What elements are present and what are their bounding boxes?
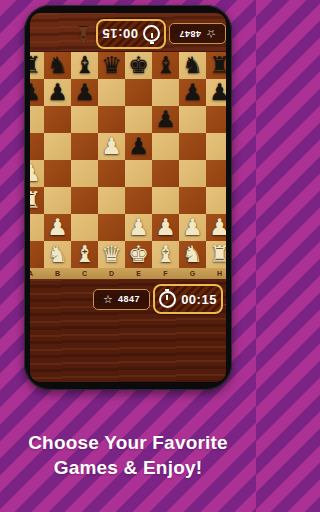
player-timer-box: 00:15	[153, 284, 223, 314]
square-g1[interactable]: ♞	[179, 241, 206, 268]
square-c1[interactable]: ♝	[71, 241, 98, 268]
square-g8[interactable]: ♞	[179, 52, 206, 79]
square-e4[interactable]	[125, 160, 152, 187]
square-c6[interactable]	[71, 106, 98, 133]
square-c5[interactable]	[71, 133, 98, 160]
white-piece: ♟	[47, 214, 68, 241]
square-a6[interactable]	[30, 106, 44, 133]
black-piece: ♜	[30, 52, 41, 79]
black-piece: ♛	[101, 52, 122, 79]
square-b7[interactable]: ♟	[44, 79, 71, 106]
square-g7[interactable]: ♟	[179, 79, 206, 106]
square-a7[interactable]: ♟	[30, 79, 44, 106]
file-label-g: G	[179, 268, 206, 279]
square-c8[interactable]: ♝	[71, 52, 98, 79]
square-c7[interactable]: ♟	[71, 79, 98, 106]
square-d4[interactable]	[98, 160, 125, 187]
opponent-piece-icon: ♝	[71, 23, 93, 45]
black-piece: ♟	[74, 79, 95, 106]
white-piece: ♟	[30, 160, 41, 187]
player-bar: ☆ 4847 00:15 ♝	[30, 283, 226, 315]
square-f5[interactable]	[152, 133, 179, 160]
square-e3[interactable]	[125, 187, 152, 214]
white-piece: ♚	[128, 241, 149, 268]
black-piece: ♟	[155, 106, 176, 133]
black-piece: ♚	[128, 52, 149, 79]
square-a5[interactable]	[30, 133, 44, 160]
file-label-d: D	[98, 268, 125, 279]
black-piece: ♟	[30, 79, 41, 106]
black-piece: ♟	[128, 133, 149, 160]
player-score: 4847	[118, 294, 140, 304]
square-e7[interactable]	[125, 79, 152, 106]
square-h2[interactable]: ♟	[206, 214, 226, 241]
file-label-h: H	[206, 268, 226, 279]
phone-screen: ☆ 4847 00:15 ♝ ♜♞♝♛♚♝♞♜♟♟♟♟♟♟♟♟♟♜♟♟♟♟♟♞♝…	[30, 13, 226, 382]
square-c4[interactable]	[71, 160, 98, 187]
star-icon: ☆	[103, 294, 113, 305]
white-piece: ♟	[182, 214, 203, 241]
white-piece: ♝	[155, 241, 176, 268]
square-e8[interactable]: ♚	[125, 52, 152, 79]
square-e6[interactable]	[125, 106, 152, 133]
opponent-score-badge: ☆ 4847	[169, 24, 226, 45]
square-h7[interactable]: ♟	[206, 79, 226, 106]
square-b4[interactable]	[44, 160, 71, 187]
square-h1[interactable]: ♜	[206, 241, 226, 268]
file-label-e: E	[125, 268, 152, 279]
stopwatch-icon	[159, 291, 176, 308]
headline-line2: Games & Enjoy!	[0, 455, 256, 480]
square-e1[interactable]: ♚	[125, 241, 152, 268]
square-d3[interactable]	[98, 187, 125, 214]
black-piece: ♝	[155, 52, 176, 79]
square-b1[interactable]: ♞	[44, 241, 71, 268]
opponent-score: 4847	[179, 29, 201, 39]
square-b5[interactable]	[44, 133, 71, 160]
square-d6[interactable]	[98, 106, 125, 133]
square-a8[interactable]: ♜	[30, 52, 44, 79]
square-b8[interactable]: ♞	[44, 52, 71, 79]
black-piece: ♟	[47, 79, 68, 106]
square-f8[interactable]: ♝	[152, 52, 179, 79]
opponent-bar: ☆ 4847 00:15 ♝	[55, 17, 226, 51]
square-c2[interactable]	[71, 214, 98, 241]
square-e5[interactable]: ♟	[125, 133, 152, 160]
square-f4[interactable]	[152, 160, 179, 187]
square-d8[interactable]: ♛	[98, 52, 125, 79]
square-f2[interactable]: ♟	[152, 214, 179, 241]
white-piece: ♜	[209, 241, 226, 268]
stopwatch-icon	[143, 26, 160, 43]
file-label-a: A	[30, 268, 44, 279]
white-piece: ♝	[74, 241, 95, 268]
black-piece: ♞	[182, 52, 203, 79]
white-piece: ♜	[30, 187, 41, 214]
square-h6[interactable]	[206, 106, 226, 133]
square-e2[interactable]: ♟	[125, 214, 152, 241]
white-piece: ♟	[101, 133, 122, 160]
square-d2[interactable]	[98, 214, 125, 241]
square-d7[interactable]	[98, 79, 125, 106]
square-g4[interactable]	[179, 160, 206, 187]
black-piece: ♞	[47, 52, 68, 79]
black-piece: ♝	[74, 52, 95, 79]
black-piece: ♟	[182, 79, 203, 106]
white-piece: ♞	[47, 241, 68, 268]
black-piece: ♜	[209, 52, 226, 79]
square-b6[interactable]	[44, 106, 71, 133]
player-piece-icon: ♝	[221, 287, 226, 309]
square-b2[interactable]: ♟	[44, 214, 71, 241]
white-piece: ♟	[155, 214, 176, 241]
square-a4[interactable]: ♟	[30, 160, 44, 187]
square-d5[interactable]: ♟	[98, 133, 125, 160]
white-piece: ♟	[209, 214, 226, 241]
square-b3[interactable]	[44, 187, 71, 214]
square-f6[interactable]: ♟	[152, 106, 179, 133]
phone-frame: ☆ 4847 00:15 ♝ ♜♞♝♛♚♝♞♜♟♟♟♟♟♟♟♟♟♜♟♟♟♟♟♞♝…	[24, 5, 232, 390]
square-h4[interactable]	[206, 160, 226, 187]
square-a3[interactable]: ♜	[30, 187, 44, 214]
white-piece: ♛	[101, 241, 122, 268]
white-piece: ♟	[128, 214, 149, 241]
square-a2[interactable]	[30, 214, 44, 241]
headline-line1: Choose Your Favorite	[0, 430, 256, 455]
square-c3[interactable]	[71, 187, 98, 214]
square-h5[interactable]	[206, 133, 226, 160]
square-f7[interactable]	[152, 79, 179, 106]
square-g6[interactable]	[179, 106, 206, 133]
file-label-c: C	[71, 268, 98, 279]
black-piece: ♟	[209, 79, 226, 106]
chess-board: ♜♞♝♛♚♝♞♜♟♟♟♟♟♟♟♟♟♜♟♟♟♟♟♞♝♛♚♝♞♜	[30, 52, 226, 268]
square-g3[interactable]	[179, 187, 206, 214]
file-labels: ABCDEFGH	[30, 268, 226, 279]
square-f1[interactable]: ♝	[152, 241, 179, 268]
player-score-badge: ☆ 4847	[93, 289, 150, 310]
square-d1[interactable]: ♛	[98, 241, 125, 268]
star-icon: ☆	[206, 29, 216, 40]
square-a1[interactable]	[30, 241, 44, 268]
file-label-f: F	[152, 268, 179, 279]
square-h8[interactable]: ♜	[206, 52, 226, 79]
promo-headline: Choose Your Favorite Games & Enjoy!	[0, 430, 256, 480]
opponent-timer-box: 00:15	[96, 19, 166, 49]
square-h3[interactable]	[206, 187, 226, 214]
file-label-b: B	[44, 268, 71, 279]
square-g5[interactable]	[179, 133, 206, 160]
white-piece: ♞	[182, 241, 203, 268]
square-f3[interactable]	[152, 187, 179, 214]
square-g2[interactable]: ♟	[179, 214, 206, 241]
opponent-timer: 00:15	[102, 27, 138, 42]
player-timer: 00:15	[181, 292, 217, 307]
